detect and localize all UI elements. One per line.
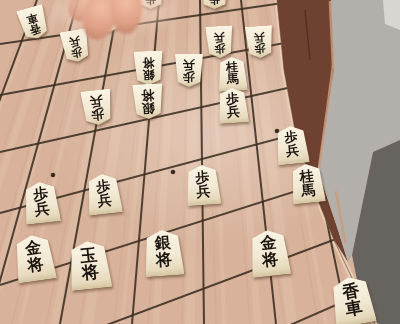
piece-kanji: 兵: [183, 58, 195, 70]
shogi-piece-opp-silver-1[interactable]: 銀将: [134, 51, 163, 85]
piece-kanji: 歩: [183, 70, 195, 82]
piece-kanji: 金: [103, 17, 115, 29]
piece-kanji: 歩: [209, 0, 220, 5]
shogi-piece-pl-gold-1[interactable]: 金将: [15, 235, 54, 281]
piece-kanji: 馬: [226, 73, 239, 86]
piece-kanji: 兵: [227, 104, 241, 118]
shogi-piece-pl-lance-1[interactable]: 香車: [332, 277, 373, 324]
shogi-piece-pl-pawn-2[interactable]: 歩兵: [276, 126, 308, 164]
piece-kanji: 将: [26, 256, 44, 274]
shogi-piece-pl-pawn-3[interactable]: 歩兵: [186, 165, 220, 205]
shogi-photo-scene: 香車金将歩兵銀将銀将歩兵歩兵歩兵歩兵歩兵歩兵桂馬歩兵歩兵歩兵桂馬歩兵歩兵金将玉将…: [0, 0, 400, 324]
shogi-piece-pl-knight-1[interactable]: 桂馬: [218, 57, 247, 91]
shogi-piece-pl-king[interactable]: 玉将: [69, 241, 110, 289]
pieces-layer: 香車金将歩兵銀将銀将歩兵歩兵歩兵歩兵歩兵歩兵桂馬歩兵歩兵歩兵桂馬歩兵歩兵金将玉将…: [0, 0, 400, 324]
shogi-piece-pl-pawn-5[interactable]: 歩兵: [87, 174, 121, 214]
piece-kanji: 将: [155, 251, 172, 268]
piece-kanji: 銀: [142, 69, 154, 82]
shogi-piece-pl-knight-2[interactable]: 桂馬: [291, 164, 324, 203]
piece-kanji: 将: [80, 263, 99, 282]
piece-kanji: 歩: [254, 43, 266, 55]
shogi-piece-opp-pawn-4[interactable]: 歩兵: [246, 26, 273, 58]
shogi-piece-pl-gold-2[interactable]: 金将: [250, 230, 289, 276]
piece-kanji: 兵: [196, 184, 211, 199]
piece-kanji: 車: [25, 12, 39, 26]
piece-kanji: 兵: [213, 32, 225, 44]
piece-kanji: 兵: [285, 143, 299, 158]
piece-kanji: 兵: [68, 35, 81, 48]
shogi-piece-opp-pawn-2[interactable]: 歩兵: [175, 54, 203, 87]
shogi-piece-opp-pawn-5[interactable]: 歩兵: [82, 90, 112, 125]
shogi-piece-opp-pawn-1[interactable]: 歩兵: [62, 30, 89, 62]
shogi-piece-opp-pawn-3[interactable]: 歩兵: [206, 26, 233, 58]
shogi-piece-opp-far-piece-2[interactable]: 歩兵: [201, 0, 228, 9]
piece-kanji: 将: [102, 5, 114, 17]
piece-kanji: 車: [343, 299, 363, 319]
piece-kanji: 将: [261, 251, 279, 269]
shogi-piece-pl-pawn-1[interactable]: 歩兵: [218, 88, 248, 123]
shogi-piece-opp-gold-1[interactable]: 金将: [95, 0, 122, 32]
piece-kanji: 銀: [142, 101, 156, 115]
piece-kanji: 将: [141, 87, 155, 101]
piece-kanji: 兵: [89, 93, 103, 108]
piece-kanji: 歩: [214, 43, 226, 55]
shogi-piece-opp-silver-2[interactable]: 銀将: [133, 84, 163, 119]
shogi-piece-pl-silver-1[interactable]: 銀将: [144, 230, 183, 276]
piece-kanji: 将: [142, 56, 154, 69]
shogi-piece-opp-far-piece-1[interactable]: 歩兵: [137, 0, 164, 9]
piece-kanji: 兵: [253, 31, 265, 43]
shogi-piece-opp-lance-1[interactable]: 香車: [20, 7, 47, 39]
piece-kanji: 兵: [97, 192, 112, 208]
piece-kanji: 馬: [300, 182, 315, 198]
piece-kanji: 兵: [34, 201, 51, 218]
shogi-piece-pl-pawn-4[interactable]: 歩兵: [24, 182, 59, 223]
piece-kanji: 歩: [145, 0, 156, 5]
